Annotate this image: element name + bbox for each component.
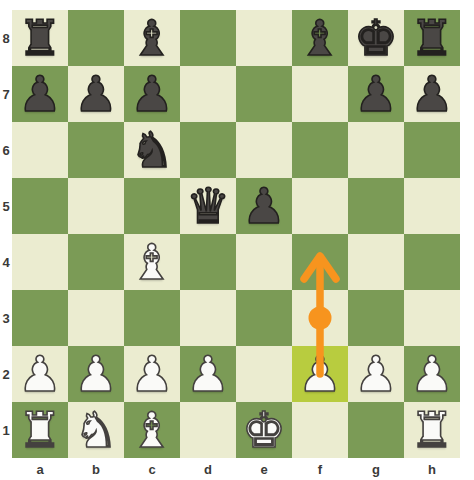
square-a7[interactable]: ♟ (12, 66, 68, 122)
black-bishop-c8[interactable]: ♝ (124, 10, 180, 66)
rank-label-6: 6 (0, 122, 12, 178)
square-f2[interactable]: ♟ (292, 346, 348, 402)
file-label-d: d (180, 458, 236, 480)
square-a4[interactable] (12, 234, 68, 290)
square-f7[interactable] (292, 66, 348, 122)
black-pawn-g7[interactable]: ♟ (348, 66, 404, 122)
chess-board-app: 87654321 ♜♝♝♚♜♟♟♟♟♟♞♛♟♝♟♟♟♟♟♟♟♜♞♝♚♜ abcd… (0, 0, 474, 480)
square-f1[interactable] (292, 402, 348, 458)
square-h3[interactable] (404, 290, 460, 346)
rank-labels: 87654321 (0, 10, 12, 458)
square-c1[interactable]: ♝ (124, 402, 180, 458)
square-d8[interactable] (180, 10, 236, 66)
square-h1[interactable]: ♜ (404, 402, 460, 458)
rank-label-4: 4 (0, 234, 12, 290)
black-pawn-a7[interactable]: ♟ (12, 66, 68, 122)
square-a5[interactable] (12, 178, 68, 234)
square-b6[interactable] (68, 122, 124, 178)
file-label-a: a (12, 458, 68, 480)
white-pawn-h2[interactable]: ♟ (404, 346, 460, 402)
white-knight-b1[interactable]: ♞ (68, 402, 124, 458)
file-label-c: c (124, 458, 180, 480)
square-c5[interactable] (124, 178, 180, 234)
square-c6[interactable]: ♞ (124, 122, 180, 178)
square-d6[interactable] (180, 122, 236, 178)
square-f5[interactable] (292, 178, 348, 234)
square-h7[interactable]: ♟ (404, 66, 460, 122)
square-f4[interactable] (292, 234, 348, 290)
square-c8[interactable]: ♝ (124, 10, 180, 66)
rank-label-8: 8 (0, 10, 12, 66)
white-rook-a1[interactable]: ♜ (12, 402, 68, 458)
square-e4[interactable] (236, 234, 292, 290)
square-b2[interactable]: ♟ (68, 346, 124, 402)
black-queen-d5[interactable]: ♛ (180, 178, 236, 234)
square-g8[interactable]: ♚ (348, 10, 404, 66)
black-king-g8[interactable]: ♚ (348, 10, 404, 66)
chess-board[interactable]: ♜♝♝♚♜♟♟♟♟♟♞♛♟♝♟♟♟♟♟♟♟♜♞♝♚♜ (12, 10, 460, 458)
file-label-h: h (404, 458, 460, 480)
black-pawn-h7[interactable]: ♟ (404, 66, 460, 122)
square-f8[interactable]: ♝ (292, 10, 348, 66)
square-e1[interactable]: ♚ (236, 402, 292, 458)
black-bishop-f8[interactable]: ♝ (292, 10, 348, 66)
white-pawn-c2[interactable]: ♟ (124, 346, 180, 402)
file-label-f: f (292, 458, 348, 480)
square-c2[interactable]: ♟ (124, 346, 180, 402)
square-b5[interactable] (68, 178, 124, 234)
square-g5[interactable] (348, 178, 404, 234)
square-d3[interactable] (180, 290, 236, 346)
black-pawn-c7[interactable]: ♟ (124, 66, 180, 122)
square-b1[interactable]: ♞ (68, 402, 124, 458)
square-d2[interactable]: ♟ (180, 346, 236, 402)
square-b3[interactable] (68, 290, 124, 346)
square-g6[interactable] (348, 122, 404, 178)
file-label-b: b (68, 458, 124, 480)
square-e2[interactable] (236, 346, 292, 402)
square-g4[interactable] (348, 234, 404, 290)
square-a1[interactable]: ♜ (12, 402, 68, 458)
square-f6[interactable] (292, 122, 348, 178)
square-a2[interactable]: ♟ (12, 346, 68, 402)
square-g3[interactable] (348, 290, 404, 346)
rank-label-1: 1 (0, 402, 12, 458)
rank-label-5: 5 (0, 178, 12, 234)
square-d1[interactable] (180, 402, 236, 458)
black-rook-h8[interactable]: ♜ (404, 10, 460, 66)
square-h4[interactable] (404, 234, 460, 290)
file-label-g: g (348, 458, 404, 480)
square-g2[interactable]: ♟ (348, 346, 404, 402)
white-bishop-c1[interactable]: ♝ (124, 402, 180, 458)
square-b7[interactable]: ♟ (68, 66, 124, 122)
rank-label-7: 7 (0, 66, 12, 122)
square-a6[interactable] (12, 122, 68, 178)
square-f3[interactable] (292, 290, 348, 346)
square-e6[interactable] (236, 122, 292, 178)
square-d7[interactable] (180, 66, 236, 122)
white-pawn-g2[interactable]: ♟ (348, 346, 404, 402)
white-pawn-f2[interactable]: ♟ (292, 346, 348, 402)
square-d4[interactable] (180, 234, 236, 290)
square-h5[interactable] (404, 178, 460, 234)
square-h2[interactable]: ♟ (404, 346, 460, 402)
square-h6[interactable] (404, 122, 460, 178)
square-b8[interactable] (68, 10, 124, 66)
square-a3[interactable] (12, 290, 68, 346)
square-c7[interactable]: ♟ (124, 66, 180, 122)
white-bishop-c4[interactable]: ♝ (124, 234, 180, 290)
square-e3[interactable] (236, 290, 292, 346)
square-a8[interactable]: ♜ (12, 10, 68, 66)
square-b4[interactable] (68, 234, 124, 290)
square-e8[interactable] (236, 10, 292, 66)
white-rook-h1[interactable]: ♜ (404, 402, 460, 458)
black-pawn-b7[interactable]: ♟ (68, 66, 124, 122)
square-e5[interactable]: ♟ (236, 178, 292, 234)
black-pawn-e5[interactable]: ♟ (236, 178, 292, 234)
file-label-e: e (236, 458, 292, 480)
square-g1[interactable] (348, 402, 404, 458)
square-h8[interactable]: ♜ (404, 10, 460, 66)
white-pawn-a2[interactable]: ♟ (12, 346, 68, 402)
square-d5[interactable]: ♛ (180, 178, 236, 234)
black-rook-a8[interactable]: ♜ (12, 10, 68, 66)
square-g7[interactable]: ♟ (348, 66, 404, 122)
square-c3[interactable] (124, 290, 180, 346)
white-king-e1[interactable]: ♚ (236, 402, 292, 458)
rank-label-3: 3 (0, 290, 12, 346)
square-c4[interactable]: ♝ (124, 234, 180, 290)
black-knight-c6[interactable]: ♞ (124, 122, 180, 178)
square-e7[interactable] (236, 66, 292, 122)
file-labels: abcdefgh (12, 458, 460, 480)
rank-label-2: 2 (0, 346, 12, 402)
white-pawn-d2[interactable]: ♟ (180, 346, 236, 402)
white-pawn-b2[interactable]: ♟ (68, 346, 124, 402)
